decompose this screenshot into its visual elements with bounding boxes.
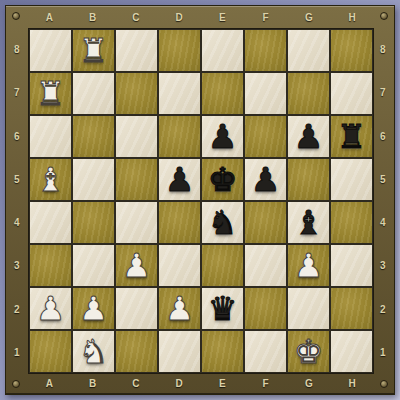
piece-white-pawn[interactable]: ♟ — [36, 292, 66, 325]
square-e1[interactable] — [202, 331, 243, 372]
square-d7[interactable] — [159, 73, 200, 114]
piece-black-rook[interactable]: ♜ — [337, 120, 367, 153]
piece-black-bishop[interactable]: ♝ — [294, 206, 324, 239]
frame-screw-icon — [12, 12, 20, 20]
piece-white-king[interactable]: ♚ — [294, 335, 324, 368]
square-g4[interactable]: ♝ — [288, 202, 329, 243]
rank-label-4: 4 — [372, 201, 394, 244]
rank-label-2: 2 — [372, 288, 394, 331]
square-d4[interactable] — [159, 202, 200, 243]
square-f7[interactable] — [245, 73, 286, 114]
file-label-B: B — [71, 372, 114, 394]
square-a6[interactable] — [30, 116, 71, 157]
square-e2[interactable]: ♛ — [202, 288, 243, 329]
square-g2[interactable] — [288, 288, 329, 329]
square-b5[interactable] — [73, 159, 114, 200]
file-label-D: D — [158, 372, 201, 394]
piece-white-pawn[interactable]: ♟ — [294, 249, 324, 282]
rank-label-5: 5 — [372, 158, 394, 201]
file-label-D: D — [158, 6, 201, 28]
square-a4[interactable] — [30, 202, 71, 243]
square-a7[interactable]: ♜ — [30, 73, 71, 114]
piece-white-rook[interactable]: ♜ — [36, 77, 66, 110]
square-h5[interactable] — [331, 159, 372, 200]
file-label-E: E — [201, 372, 244, 394]
square-f3[interactable] — [245, 245, 286, 286]
square-h8[interactable] — [331, 30, 372, 71]
square-a3[interactable] — [30, 245, 71, 286]
board-frame: ABCDEFGH ABCDEFGH 87654321 87654321 ♜♜♟♟… — [5, 5, 395, 395]
file-label-H: H — [331, 372, 374, 394]
square-a1[interactable] — [30, 331, 71, 372]
square-e6[interactable]: ♟ — [202, 116, 243, 157]
rank-label-6: 6 — [6, 115, 28, 158]
rank-label-8: 8 — [372, 28, 394, 71]
piece-black-queen[interactable]: ♛ — [208, 292, 238, 325]
file-label-G: G — [288, 6, 331, 28]
square-f6[interactable] — [245, 116, 286, 157]
square-g6[interactable]: ♟ — [288, 116, 329, 157]
square-f1[interactable] — [245, 331, 286, 372]
piece-black-pawn[interactable]: ♟ — [208, 120, 238, 153]
square-d1[interactable] — [159, 331, 200, 372]
rank-label-2: 2 — [6, 288, 28, 331]
square-d6[interactable] — [159, 116, 200, 157]
file-labels-bottom: ABCDEFGH — [28, 372, 374, 394]
square-g8[interactable] — [288, 30, 329, 71]
square-d5[interactable]: ♟ — [159, 159, 200, 200]
piece-black-pawn[interactable]: ♟ — [294, 120, 324, 153]
square-e8[interactable] — [202, 30, 243, 71]
piece-black-king[interactable]: ♚ — [208, 163, 238, 196]
rank-labels-right: 87654321 — [372, 28, 394, 374]
square-h6[interactable]: ♜ — [331, 116, 372, 157]
file-label-A: A — [28, 6, 71, 28]
file-label-C: C — [115, 6, 158, 28]
square-a5[interactable]: ♝ — [30, 159, 71, 200]
file-label-F: F — [244, 6, 287, 28]
rank-label-1: 1 — [6, 331, 28, 374]
file-label-F: F — [244, 372, 287, 394]
square-h7[interactable] — [331, 73, 372, 114]
square-f4[interactable] — [245, 202, 286, 243]
square-a8[interactable] — [30, 30, 71, 71]
square-c4[interactable] — [116, 202, 157, 243]
square-e4[interactable]: ♞ — [202, 202, 243, 243]
rank-label-8: 8 — [6, 28, 28, 71]
piece-white-pawn[interactable]: ♟ — [79, 292, 109, 325]
square-d8[interactable] — [159, 30, 200, 71]
square-g3[interactable]: ♟ — [288, 245, 329, 286]
square-g5[interactable] — [288, 159, 329, 200]
rank-labels-left: 87654321 — [6, 28, 28, 374]
frame-screw-icon — [380, 380, 388, 388]
square-f8[interactable] — [245, 30, 286, 71]
square-a2[interactable]: ♟ — [30, 288, 71, 329]
piece-white-pawn[interactable]: ♟ — [165, 292, 195, 325]
square-h4[interactable] — [331, 202, 372, 243]
rank-label-6: 6 — [372, 115, 394, 158]
square-c8[interactable] — [116, 30, 157, 71]
square-b2[interactable]: ♟ — [73, 288, 114, 329]
chess-board: ♜♜♟♟♜♝♟♚♟♞♝♟♟♟♟♟♛♞♚ — [28, 28, 374, 374]
square-g1[interactable]: ♚ — [288, 331, 329, 372]
rank-label-1: 1 — [372, 331, 394, 374]
frame-screw-icon — [380, 12, 388, 20]
rank-label-3: 3 — [6, 244, 28, 287]
square-b4[interactable] — [73, 202, 114, 243]
square-b8[interactable]: ♜ — [73, 30, 114, 71]
piece-black-pawn[interactable]: ♟ — [165, 163, 195, 196]
square-c5[interactable] — [116, 159, 157, 200]
file-label-B: B — [71, 6, 114, 28]
square-c6[interactable] — [116, 116, 157, 157]
square-g7[interactable] — [288, 73, 329, 114]
piece-white-pawn[interactable]: ♟ — [122, 249, 152, 282]
piece-white-bishop[interactable]: ♝ — [36, 163, 66, 196]
square-h1[interactable] — [331, 331, 372, 372]
piece-black-pawn[interactable]: ♟ — [251, 163, 281, 196]
square-f2[interactable] — [245, 288, 286, 329]
rank-label-7: 7 — [6, 71, 28, 114]
rank-label-3: 3 — [372, 244, 394, 287]
file-label-A: A — [28, 372, 71, 394]
rank-label-7: 7 — [372, 71, 394, 114]
square-b6[interactable] — [73, 116, 114, 157]
rank-label-5: 5 — [6, 158, 28, 201]
square-e3[interactable] — [202, 245, 243, 286]
square-e7[interactable] — [202, 73, 243, 114]
square-e5[interactable]: ♚ — [202, 159, 243, 200]
rank-label-4: 4 — [6, 201, 28, 244]
file-labels-top: ABCDEFGH — [28, 6, 374, 28]
square-b1[interactable]: ♞ — [73, 331, 114, 372]
square-c1[interactable] — [116, 331, 157, 372]
square-d3[interactable] — [159, 245, 200, 286]
file-label-G: G — [288, 372, 331, 394]
piece-white-rook[interactable]: ♜ — [79, 34, 109, 67]
square-c3[interactable]: ♟ — [116, 245, 157, 286]
piece-black-knight[interactable]: ♞ — [208, 206, 238, 239]
square-b7[interactable] — [73, 73, 114, 114]
file-label-E: E — [201, 6, 244, 28]
square-h2[interactable] — [331, 288, 372, 329]
square-h3[interactable] — [331, 245, 372, 286]
square-b3[interactable] — [73, 245, 114, 286]
square-d2[interactable]: ♟ — [159, 288, 200, 329]
square-f5[interactable]: ♟ — [245, 159, 286, 200]
square-c2[interactable] — [116, 288, 157, 329]
square-c7[interactable] — [116, 73, 157, 114]
frame-screw-icon — [12, 380, 20, 388]
piece-white-knight[interactable]: ♞ — [79, 335, 109, 368]
file-label-C: C — [115, 372, 158, 394]
window-background: ABCDEFGH ABCDEFGH 87654321 87654321 ♜♜♟♟… — [0, 0, 400, 400]
file-label-H: H — [331, 6, 374, 28]
